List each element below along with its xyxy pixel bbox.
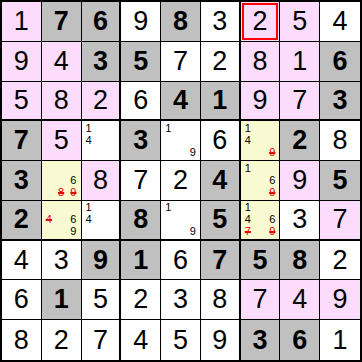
candidate-6: 6 (266, 174, 278, 186)
given-digit: 2 (292, 127, 307, 154)
cell-r2c8[interactable]: 1 (280, 42, 320, 82)
solved-digit: 7 (292, 87, 307, 114)
candidate-1: 1 (83, 122, 95, 134)
given-digit: 3 (133, 127, 148, 154)
solved-digit: 8 (253, 48, 268, 75)
cell-r4c9[interactable]: 8 (320, 121, 360, 161)
cell-r2c5[interactable]: 7 (161, 42, 201, 82)
cell-r3c6[interactable]: 1 (201, 82, 241, 122)
given-digit: 7 (14, 127, 29, 154)
given-digit: 3 (253, 327, 268, 354)
cell-r2c9[interactable]: 6 (320, 42, 360, 82)
candidate-9: 9 (187, 147, 199, 159)
solved-digit: 7 (333, 206, 348, 233)
cell-r4c2[interactable]: 5 (42, 121, 82, 161)
cell-r1c3[interactable]: 6 (82, 2, 122, 42)
cell-r1c8[interactable]: 5 (280, 2, 320, 42)
cell-r2c1[interactable]: 9 (2, 42, 42, 82)
cell-r8c1[interactable]: 6 (2, 280, 42, 320)
cell-r5c1[interactable]: 3 (2, 161, 42, 201)
solved-digit: 9 (14, 48, 29, 75)
solved-digit: 4 (54, 48, 69, 75)
cell-r2c6[interactable]: 2 (201, 42, 241, 82)
cell-r8c3[interactable]: 5 (82, 280, 122, 320)
candidate-1: 1 (162, 122, 174, 134)
solved-digit: 8 (54, 87, 69, 114)
solved-digit: 9 (253, 87, 268, 114)
cell-r1c9[interactable]: 4 (320, 2, 360, 42)
cell-r9c5[interactable]: 5 (161, 320, 201, 360)
pencilmarks: 689 (43, 162, 80, 199)
given-digit: 7 (54, 8, 69, 35)
solved-digit: 7 (93, 327, 108, 354)
cell-r2c2[interactable]: 4 (42, 42, 82, 82)
solved-digit: 8 (93, 167, 108, 194)
candidate-1: 1 (242, 202, 254, 214)
solved-digit: 6 (173, 247, 188, 274)
cell-r1c4[interactable]: 9 (121, 2, 161, 42)
cell-r5c2[interactable]: 689 (42, 161, 82, 201)
candidate-1: 1 (83, 202, 95, 214)
given-digit: 5 (253, 247, 268, 274)
cell-r5c8[interactable]: 9 (280, 161, 320, 201)
solved-digit: 4 (133, 327, 148, 354)
solved-digit: 5 (173, 327, 188, 354)
cell-r4c1[interactable]: 7 (2, 121, 42, 161)
solved-digit: 1 (333, 327, 348, 354)
solved-digit: 9 (333, 286, 348, 313)
cell-r5c3[interactable]: 8 (82, 161, 122, 201)
given-digit: 7 (212, 247, 227, 274)
given-digit: 6 (333, 48, 348, 75)
solved-digit: 9 (292, 167, 307, 194)
cell-r3c5[interactable]: 4 (161, 82, 201, 122)
cell-r7c6[interactable]: 7 (201, 241, 241, 281)
cell-r7c2[interactable]: 3 (42, 241, 82, 281)
solved-digit: 3 (173, 286, 188, 313)
cell-r8c4[interactable]: 2 (121, 280, 161, 320)
solved-digit: 2 (133, 286, 148, 313)
cell-r9c3[interactable]: 7 (82, 320, 122, 360)
given-digit: 1 (212, 87, 227, 114)
cell-r4c4[interactable]: 3 (121, 121, 161, 161)
cell-r8c6[interactable]: 8 (201, 280, 241, 320)
cell-r6c4[interactable]: 8 (121, 201, 161, 241)
pencilmarks: 14 (83, 122, 119, 159)
pencilmarks: 19 (162, 202, 199, 238)
given-digit: 5 (212, 206, 227, 233)
solved-digit: 4 (14, 247, 29, 274)
candidate-9: 9 (187, 226, 199, 238)
given-digit: 9 (93, 247, 108, 274)
cell-r9c6[interactable]: 9 (201, 320, 241, 360)
cell-r8c5[interactable]: 3 (161, 280, 201, 320)
solved-digit: 3 (292, 206, 307, 233)
cell-r8c2[interactable]: 1 (42, 280, 82, 320)
cell-r6c1[interactable]: 2 (2, 201, 42, 241)
cell-r5c5[interactable]: 2 (161, 161, 201, 201)
given-digit: 4 (212, 167, 227, 194)
cell-r5c6[interactable]: 4 (201, 161, 241, 201)
pencilmarks: 169 (242, 162, 279, 199)
cell-r6c9[interactable]: 7 (320, 201, 360, 241)
given-digit: 8 (133, 206, 148, 233)
cell-r9c4[interactable]: 4 (121, 320, 161, 360)
pencilmarks: 149 (242, 122, 279, 159)
solved-digit: 1 (292, 48, 307, 75)
given-digit: 6 (93, 8, 108, 35)
cell-r3c4[interactable]: 6 (121, 82, 161, 122)
solved-digit: 5 (54, 127, 69, 154)
cell-r8c7[interactable]: 7 (241, 280, 281, 320)
given-digit: 1 (133, 247, 148, 274)
eliminated-candidate-9: 9 (264, 226, 280, 238)
candidate-4: 4 (242, 135, 254, 147)
pencilmarks: 19 (162, 122, 199, 159)
cell-r5c9[interactable]: 5 (320, 161, 360, 201)
cell-r9c2[interactable]: 2 (42, 320, 82, 360)
candidate-6: 6 (266, 214, 278, 226)
cell-r6c2[interactable]: 694 (42, 201, 82, 241)
cell-r9c9[interactable]: 1 (320, 320, 360, 360)
cell-r6c7[interactable]: 14679 (241, 201, 281, 241)
eliminated-candidate-4: 4 (42, 214, 57, 226)
solved-digit: 9 (212, 327, 227, 354)
cell-r3c2[interactable]: 8 (42, 82, 82, 122)
cell-r3c3[interactable]: 2 (82, 82, 122, 122)
solved-digit: 8 (333, 127, 348, 154)
solved-digit: 3 (54, 247, 69, 274)
candidate-6: 6 (67, 214, 79, 226)
solved-digit: 2 (54, 327, 69, 354)
cell-r4c6[interactable]: 6 (201, 121, 241, 161)
solved-digit: 7 (133, 167, 148, 194)
cell-r6c3[interactable]: 14 (82, 201, 122, 241)
cell-r3c1[interactable]: 5 (2, 82, 42, 122)
cell-r7c4[interactable]: 1 (121, 241, 161, 281)
solved-digit: 2 (173, 167, 188, 194)
eliminated-candidate-9: 9 (264, 187, 280, 199)
eliminated-candidate-9: 9 (65, 187, 81, 199)
cell-r5c7[interactable]: 169 (241, 161, 281, 201)
cell-r7c1[interactable]: 4 (2, 241, 42, 281)
cell-r2c4[interactable]: 5 (121, 42, 161, 82)
cell-r4c8[interactable]: 2 (280, 121, 320, 161)
pencilmarks: 14679 (242, 202, 279, 238)
solved-digit: 5 (93, 286, 108, 313)
candidate-1: 1 (242, 162, 254, 174)
cell-r2c7[interactable]: 8 (241, 42, 281, 82)
given-digit: 4 (173, 87, 188, 114)
candidate-4: 4 (83, 135, 95, 147)
given-digit: 5 (333, 167, 348, 194)
cell-r1c7[interactable]: 2 (241, 2, 281, 42)
cell-r7c3[interactable]: 9 (82, 241, 122, 281)
cell-r8c9[interactable]: 9 (320, 280, 360, 320)
cell-r7c5[interactable]: 6 (161, 241, 201, 281)
solved-digit: 4 (333, 8, 348, 35)
candidate-4: 4 (83, 214, 95, 226)
cell-r4c3[interactable]: 14 (82, 121, 122, 161)
cell-r9c8[interactable]: 6 (280, 320, 320, 360)
given-digit: 5 (133, 48, 148, 75)
solved-digit: 2 (212, 48, 227, 75)
cell-r8c8[interactable]: 4 (280, 280, 320, 320)
solved-digit: 6 (212, 127, 227, 154)
solved-digit: 6 (14, 286, 29, 313)
solved-digit: 3 (212, 8, 227, 35)
solved-digit: 2 (333, 247, 348, 274)
sudoku-board: 1769832549435728165826419737514319614928… (0, 0, 362, 362)
cell-r3c7[interactable]: 9 (241, 82, 281, 122)
solved-digit: 8 (212, 286, 227, 313)
candidate-9: 9 (67, 226, 79, 238)
solved-digit: 1 (14, 8, 29, 35)
given-digit: 3 (14, 167, 29, 194)
cell-r3c9[interactable]: 3 (320, 82, 360, 122)
given-digit: 3 (93, 48, 108, 75)
solved-digit: 7 (173, 48, 188, 75)
cell-r1c2[interactable]: 7 (42, 2, 82, 42)
pencilmarks: 14 (83, 202, 119, 238)
cell-r9c7[interactable]: 3 (241, 320, 281, 360)
cell-r6c8[interactable]: 3 (280, 201, 320, 241)
given-digit: 6 (292, 327, 307, 354)
given-digit: 8 (173, 8, 188, 35)
candidate-6: 6 (67, 174, 79, 186)
cell-r2c3[interactable]: 3 (82, 42, 122, 82)
cell-r6c5[interactable]: 19 (161, 201, 201, 241)
cell-r4c7[interactable]: 149 (241, 121, 281, 161)
candidate-1: 1 (162, 202, 174, 214)
given-digit: 3 (333, 87, 348, 114)
cell-r7c9[interactable]: 2 (320, 241, 360, 281)
solved-digit: 6 (133, 87, 148, 114)
pencilmarks: 694 (43, 202, 80, 238)
solved-digit: 9 (133, 8, 148, 35)
cell-r1c6[interactable]: 3 (201, 2, 241, 42)
cell-r1c5[interactable]: 8 (161, 2, 201, 42)
cell-r3c8[interactable]: 7 (280, 82, 320, 122)
candidate-1: 1 (242, 122, 254, 134)
solved-digit: 5 (14, 87, 29, 114)
eliminated-candidate-9: 9 (264, 147, 280, 159)
given-digit: 8 (292, 247, 307, 274)
solved-digit: 4 (292, 286, 307, 313)
solved-digit: 2 (93, 87, 108, 114)
eliminated-candidate-7: 7 (241, 226, 256, 238)
solved-digit: 7 (253, 286, 268, 313)
solved-digit: 5 (292, 8, 307, 35)
cell-r5c4[interactable]: 7 (121, 161, 161, 201)
cell-r4c5[interactable]: 19 (161, 121, 201, 161)
candidate-4: 4 (242, 214, 254, 226)
cell-r1c1[interactable]: 1 (2, 2, 42, 42)
solved-digit: 8 (14, 327, 29, 354)
given-digit: 2 (14, 206, 29, 233)
solved-digit: 2 (253, 8, 268, 35)
given-digit: 1 (54, 286, 69, 313)
cell-r7c7[interactable]: 5 (241, 241, 281, 281)
cell-r7c8[interactable]: 8 (280, 241, 320, 281)
cell-r6c6[interactable]: 5 (201, 201, 241, 241)
cell-r9c1[interactable]: 8 (2, 320, 42, 360)
